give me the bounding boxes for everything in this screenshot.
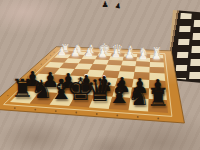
border-coordinate-mark [137, 116, 139, 118]
square-c4[interactable] [120, 66, 136, 73]
square-b8[interactable] [129, 98, 149, 112]
photo-scene: ♜♞♝♚♛♝♞♜♟♟♟♟♟♟♟♟♟♟♟♟♟♟♟♟♜♞♝♚♛♝♞♜ ♟♟ [0, 0, 200, 150]
square-c3[interactable] [121, 61, 136, 66]
square-g1[interactable] [71, 52, 86, 56]
square-c1[interactable] [124, 54, 138, 58]
square-b3[interactable] [136, 61, 150, 67]
square-e2[interactable] [95, 56, 110, 60]
square-b2[interactable] [136, 57, 150, 62]
square-a5[interactable] [149, 73, 165, 81]
square-e3[interactable] [93, 60, 109, 65]
square-b6[interactable] [132, 79, 149, 89]
border-coordinate-mark [96, 113, 98, 115]
square-a6[interactable] [149, 80, 166, 90]
square-a4[interactable] [150, 67, 165, 74]
border-coordinate-mark [157, 117, 159, 119]
square-b7[interactable] [131, 88, 150, 99]
square-d6[interactable] [98, 77, 117, 86]
square-d5[interactable] [102, 71, 120, 79]
border-coordinate-mark [116, 115, 118, 117]
square-d2[interactable] [109, 56, 124, 61]
square-a3[interactable] [150, 62, 164, 68]
square-c7[interactable] [112, 87, 132, 98]
border-coordinate-mark [34, 69, 35, 70]
square-c8[interactable] [109, 97, 131, 111]
square-d3[interactable] [107, 60, 123, 65]
border-coordinate-mark [50, 55, 51, 56]
chessboard [0, 0, 200, 150]
border-coordinate-mark [75, 112, 77, 114]
square-c2[interactable] [123, 57, 137, 62]
square-c6[interactable] [115, 78, 133, 87]
square-a8[interactable] [148, 99, 168, 113]
square-f1[interactable] [84, 52, 99, 56]
border-coordinate-mark [27, 76, 28, 77]
border-coordinate-mark [41, 64, 42, 65]
border-coordinate-mark [34, 109, 36, 111]
square-a2[interactable] [150, 58, 164, 63]
square-d1[interactable] [111, 53, 125, 57]
square-e1[interactable] [98, 53, 113, 57]
square-c5[interactable] [118, 71, 135, 79]
square-d4[interactable] [105, 65, 122, 71]
square-b1[interactable] [137, 54, 150, 58]
square-a1[interactable] [150, 55, 163, 59]
square-b4[interactable] [135, 66, 150, 73]
border-coordinate-mark [46, 59, 47, 60]
border-coordinate-mark [18, 85, 19, 86]
border-coordinate-mark [53, 52, 54, 53]
border-coordinate-mark [14, 107, 16, 109]
border-coordinate-mark [55, 110, 57, 112]
border-coordinate-mark [7, 95, 8, 96]
square-b5[interactable] [134, 72, 150, 80]
square-a7[interactable] [149, 89, 167, 101]
square-f2[interactable] [82, 55, 98, 59]
